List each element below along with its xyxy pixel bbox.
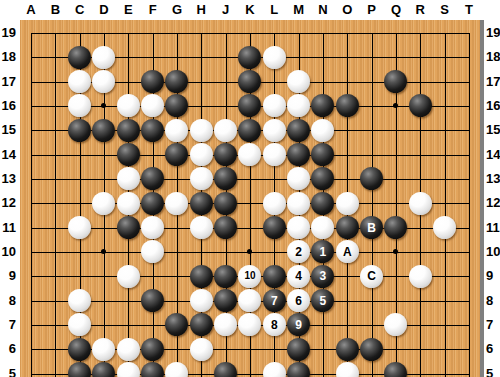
- stone-black[interactable]: [238, 46, 261, 69]
- stone-black[interactable]: [214, 167, 237, 190]
- column-label: E: [116, 1, 140, 18]
- stone-black-labeled[interactable]: 9: [287, 313, 310, 336]
- row-label-right: 10: [486, 243, 500, 261]
- stone-black[interactable]: [141, 167, 164, 190]
- stone-black[interactable]: [68, 338, 91, 361]
- row-label-right: 8: [486, 292, 500, 310]
- column-label: B: [43, 1, 67, 18]
- stone-black[interactable]: [165, 143, 188, 166]
- stone-black[interactable]: [214, 362, 237, 377]
- row-label-right: 16: [486, 97, 500, 115]
- stone-white[interactable]: [92, 192, 115, 215]
- stone-white[interactable]: [287, 216, 310, 239]
- stone-black[interactable]: [68, 46, 91, 69]
- row-label-right: 19: [486, 24, 500, 42]
- stone-black[interactable]: [263, 265, 286, 288]
- stone-white[interactable]: [117, 265, 140, 288]
- stone-white[interactable]: [384, 313, 407, 336]
- column-label: Q: [384, 1, 408, 18]
- stone-black-labeled[interactable]: 7: [263, 289, 286, 312]
- row-label-left: 10: [0, 243, 16, 261]
- stone-black-labeled[interactable]: 1: [311, 240, 334, 263]
- stone-black[interactable]: [409, 94, 432, 117]
- stone-white[interactable]: [92, 46, 115, 69]
- row-label-right: 14: [486, 146, 500, 164]
- row-label-right: 7: [486, 316, 500, 334]
- stone-white[interactable]: [68, 289, 91, 312]
- stone-black[interactable]: [287, 338, 310, 361]
- stone-black[interactable]: [165, 70, 188, 93]
- stone-white[interactable]: [263, 119, 286, 142]
- row-label-left: 16: [0, 97, 16, 115]
- row-label-left: 6: [0, 340, 16, 358]
- row-label-left: 5: [0, 365, 16, 377]
- grid-line-horizontal: [31, 33, 470, 34]
- row-label-left: 19: [0, 24, 16, 42]
- stone-black[interactable]: [238, 70, 261, 93]
- stone-black[interactable]: [165, 94, 188, 117]
- row-label-right: 6: [486, 340, 500, 358]
- stone-white[interactable]: [336, 192, 359, 215]
- board-edge-shadow: [480, 20, 484, 377]
- column-label: N: [311, 1, 335, 18]
- stone-black[interactable]: [141, 362, 164, 377]
- stone-white[interactable]: [238, 289, 261, 312]
- stone-white[interactable]: [263, 46, 286, 69]
- stone-white[interactable]: [117, 338, 140, 361]
- stone-black[interactable]: [311, 192, 334, 215]
- stone-white-labeled[interactable]: 8: [263, 313, 286, 336]
- stone-black[interactable]: [190, 192, 213, 215]
- stone-black[interactable]: [165, 313, 188, 336]
- row-label-left: 18: [0, 48, 16, 66]
- stone-white[interactable]: [263, 362, 286, 377]
- stone-black[interactable]: [117, 143, 140, 166]
- stone-black[interactable]: [190, 313, 213, 336]
- stone-white[interactable]: [238, 313, 261, 336]
- stone-black[interactable]: [384, 70, 407, 93]
- stone-black[interactable]: [141, 70, 164, 93]
- stone-white[interactable]: [68, 70, 91, 93]
- stone-black[interactable]: [238, 94, 261, 117]
- star-point: [101, 103, 106, 108]
- star-point: [393, 103, 398, 108]
- column-label: J: [214, 1, 238, 18]
- stone-black[interactable]: [336, 94, 359, 117]
- stone-black[interactable]: [360, 338, 383, 361]
- stone-white[interactable]: [68, 216, 91, 239]
- stone-white[interactable]: [263, 143, 286, 166]
- stone-white[interactable]: [190, 119, 213, 142]
- stone-white[interactable]: [287, 70, 310, 93]
- stone-black[interactable]: [141, 338, 164, 361]
- stone-black[interactable]: [287, 119, 310, 142]
- stone-white[interactable]: [190, 289, 213, 312]
- stone-black[interactable]: [384, 216, 407, 239]
- row-label-left: 17: [0, 73, 16, 91]
- stone-white[interactable]: [68, 94, 91, 117]
- stone-white[interactable]: [311, 216, 334, 239]
- row-label-left: 7: [0, 316, 16, 334]
- column-label: G: [165, 1, 189, 18]
- stone-white-labeled[interactable]: A: [336, 240, 359, 263]
- stone-white[interactable]: [165, 119, 188, 142]
- column-label: A: [19, 1, 43, 18]
- stone-black[interactable]: [238, 119, 261, 142]
- column-label: R: [408, 1, 432, 18]
- column-label: H: [189, 1, 213, 18]
- stone-white[interactable]: [117, 94, 140, 117]
- row-label-left: 14: [0, 146, 16, 164]
- stone-black[interactable]: [190, 265, 213, 288]
- stone-black[interactable]: [214, 289, 237, 312]
- row-label-right: 18: [486, 48, 500, 66]
- column-label: O: [335, 1, 359, 18]
- stone-black[interactable]: [117, 119, 140, 142]
- stone-white[interactable]: [287, 192, 310, 215]
- stone-white[interactable]: [165, 362, 188, 377]
- stone-white[interactable]: [433, 216, 456, 239]
- stone-white[interactable]: [190, 216, 213, 239]
- stone-black[interactable]: [214, 192, 237, 215]
- row-label-left: 12: [0, 194, 16, 212]
- stone-white[interactable]: [238, 143, 261, 166]
- stone-black-labeled[interactable]: 5: [311, 289, 334, 312]
- row-label-right: 12: [486, 194, 500, 212]
- stone-black[interactable]: [311, 143, 334, 166]
- stone-black[interactable]: [92, 362, 115, 377]
- stone-white[interactable]: [141, 216, 164, 239]
- stone-black[interactable]: [214, 216, 237, 239]
- row-label-right: 13: [486, 170, 500, 188]
- stone-black[interactable]: [92, 119, 115, 142]
- stone-white[interactable]: [117, 192, 140, 215]
- column-label: L: [262, 1, 286, 18]
- stone-white[interactable]: [92, 338, 115, 361]
- row-label-right: 15: [486, 121, 500, 139]
- stone-white[interactable]: [409, 192, 432, 215]
- stone-white[interactable]: [141, 94, 164, 117]
- stone-black[interactable]: [214, 143, 237, 166]
- stone-white[interactable]: [214, 119, 237, 142]
- stone-white[interactable]: [263, 192, 286, 215]
- column-label: T: [457, 1, 481, 18]
- go-board-screenshot: B21A1043C76589 ABCDEFGHJKLMNOPQRST191918…: [0, 0, 500, 377]
- stone-white[interactable]: [117, 167, 140, 190]
- stone-black[interactable]: [287, 143, 310, 166]
- stone-white[interactable]: [117, 362, 140, 377]
- row-label-right: 5: [486, 365, 500, 377]
- stone-black[interactable]: [384, 362, 407, 377]
- row-label-left: 9: [0, 267, 16, 285]
- stone-black[interactable]: [336, 338, 359, 361]
- stone-white-labeled[interactable]: 6: [287, 289, 310, 312]
- stone-white[interactable]: [190, 338, 213, 361]
- row-label-right: 9: [486, 267, 500, 285]
- stone-black[interactable]: [141, 192, 164, 215]
- row-label-right: 11: [486, 219, 500, 237]
- goban[interactable]: B21A1043C76589: [20, 20, 480, 377]
- stone-white-labeled[interactable]: 4: [287, 265, 310, 288]
- stone-black-labeled[interactable]: B: [360, 216, 383, 239]
- stone-white[interactable]: [287, 94, 310, 117]
- row-label-left: 8: [0, 292, 16, 310]
- stone-white[interactable]: [190, 167, 213, 190]
- stone-black[interactable]: [360, 167, 383, 190]
- column-label: P: [360, 1, 384, 18]
- stone-white[interactable]: [311, 119, 334, 142]
- stone-black[interactable]: [311, 94, 334, 117]
- stone-black-labeled[interactable]: 3: [311, 265, 334, 288]
- stone-white[interactable]: [190, 143, 213, 166]
- column-label: K: [238, 1, 262, 18]
- stone-white[interactable]: [68, 313, 91, 336]
- star-point: [393, 249, 398, 254]
- stone-black[interactable]: [311, 167, 334, 190]
- stone-black[interactable]: [287, 362, 310, 377]
- column-label: S: [433, 1, 457, 18]
- stone-white[interactable]: [165, 192, 188, 215]
- stone-white[interactable]: [263, 94, 286, 117]
- star-point: [247, 249, 252, 254]
- stone-white-labeled[interactable]: C: [360, 265, 383, 288]
- row-label-right: 17: [486, 73, 500, 91]
- stone-white[interactable]: [336, 362, 359, 377]
- stone-white[interactable]: [409, 265, 432, 288]
- column-label: C: [68, 1, 92, 18]
- column-label: M: [287, 1, 311, 18]
- stone-white[interactable]: [92, 70, 115, 93]
- grid-line-horizontal: [31, 179, 470, 180]
- stone-white[interactable]: [287, 167, 310, 190]
- row-label-left: 15: [0, 121, 16, 139]
- stone-black[interactable]: [214, 265, 237, 288]
- stone-black[interactable]: [141, 289, 164, 312]
- stone-black[interactable]: [68, 119, 91, 142]
- stone-white[interactable]: [214, 313, 237, 336]
- row-label-left: 11: [0, 219, 16, 237]
- stone-black[interactable]: [117, 216, 140, 239]
- column-label: D: [92, 1, 116, 18]
- row-label-left: 13: [0, 170, 16, 188]
- column-label: F: [141, 1, 165, 18]
- star-point: [101, 249, 106, 254]
- stone-black[interactable]: [68, 362, 91, 377]
- stone-black[interactable]: [336, 216, 359, 239]
- stone-white-labeled[interactable]: 10: [238, 265, 261, 288]
- stone-white[interactable]: [141, 240, 164, 263]
- stone-black[interactable]: [141, 119, 164, 142]
- stone-black[interactable]: [263, 216, 286, 239]
- stone-white-labeled[interactable]: 2: [287, 240, 310, 263]
